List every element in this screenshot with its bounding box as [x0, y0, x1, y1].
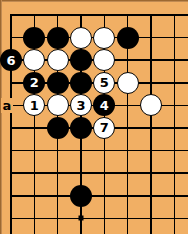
black-stone — [23, 27, 45, 49]
point-A12[interactable] — [0, 162, 23, 185]
point-A17[interactable]: 6 — [0, 49, 23, 72]
move-number-2: 2 — [30, 76, 39, 89]
point-D15[interactable]: 3 — [69, 94, 92, 117]
point-C13[interactable] — [46, 139, 69, 162]
point-G19[interactable] — [139, 4, 162, 27]
point-F11[interactable] — [116, 184, 139, 207]
point-G14[interactable] — [139, 117, 162, 140]
point-D13[interactable] — [69, 139, 92, 162]
point-B15[interactable]: 1 — [23, 94, 46, 117]
point-F19[interactable] — [116, 4, 139, 27]
black-stone — [47, 72, 69, 94]
move-number-6: 6 — [6, 54, 15, 67]
point-A19[interactable] — [0, 4, 23, 27]
point-H19[interactable] — [163, 4, 186, 27]
point-B17[interactable] — [23, 49, 46, 72]
point-C11[interactable] — [46, 184, 69, 207]
point-A16[interactable] — [0, 71, 23, 94]
white-stone-move-1: 1 — [23, 94, 45, 116]
point-F17[interactable] — [116, 49, 139, 72]
point-E15[interactable]: 4 — [93, 94, 116, 117]
black-stone — [47, 117, 69, 139]
point-C17[interactable] — [46, 49, 69, 72]
point-G10[interactable] — [139, 207, 162, 230]
star-point-marker — [78, 216, 83, 221]
point-H15[interactable] — [163, 94, 186, 117]
point-H13[interactable] — [163, 139, 186, 162]
point-B14[interactable] — [23, 117, 46, 140]
point-B18[interactable] — [23, 26, 46, 49]
white-stone — [93, 27, 115, 49]
point-F16[interactable] — [116, 71, 139, 94]
point-D18[interactable] — [69, 26, 92, 49]
point-label-a: a — [1, 98, 14, 113]
point-F15[interactable] — [116, 94, 139, 117]
white-stone-move-5: 5 — [93, 72, 115, 94]
move-number-3: 3 — [76, 99, 85, 112]
point-G11[interactable] — [139, 184, 162, 207]
point-E16[interactable]: 5 — [93, 71, 116, 94]
black-stone — [117, 27, 139, 49]
white-stone — [140, 94, 162, 116]
black-stone — [70, 72, 92, 94]
point-E11[interactable] — [93, 184, 116, 207]
white-stone — [93, 49, 115, 71]
go-board-diagram: 625a1347 — [0, 0, 188, 234]
point-C14[interactable] — [46, 117, 69, 140]
move-number-1: 1 — [30, 99, 39, 112]
move-number-7: 7 — [100, 121, 109, 134]
point-F18[interactable] — [116, 26, 139, 49]
point-H11[interactable] — [163, 184, 186, 207]
point-C19[interactable] — [46, 4, 69, 27]
point-D14[interactable] — [69, 117, 92, 140]
point-E17[interactable] — [93, 49, 116, 72]
point-D16[interactable] — [69, 71, 92, 94]
white-stone-move-7: 7 — [93, 117, 115, 139]
point-G13[interactable] — [139, 139, 162, 162]
go-board: 625a1347 — [0, 4, 186, 230]
black-stone-move-2: 2 — [23, 72, 45, 94]
point-C10[interactable] — [46, 207, 69, 230]
black-stone — [70, 117, 92, 139]
point-H14[interactable] — [163, 117, 186, 140]
point-F13[interactable] — [116, 139, 139, 162]
point-G18[interactable] — [139, 26, 162, 49]
point-F14[interactable] — [116, 117, 139, 140]
white-stone — [70, 27, 92, 49]
point-E19[interactable] — [93, 4, 116, 27]
point-G15[interactable] — [139, 94, 162, 117]
point-D10[interactable] — [69, 207, 92, 230]
point-B19[interactable] — [23, 4, 46, 27]
black-stone-move-4: 4 — [93, 94, 115, 116]
point-B13[interactable] — [23, 139, 46, 162]
black-stone — [70, 185, 92, 207]
point-A10[interactable] — [0, 207, 23, 230]
white-stone — [47, 94, 69, 116]
point-H16[interactable] — [163, 71, 186, 94]
white-stone — [47, 49, 69, 71]
point-A14[interactable] — [0, 117, 23, 140]
point-E14[interactable]: 7 — [93, 117, 116, 140]
point-A18[interactable] — [0, 26, 23, 49]
point-C16[interactable] — [46, 71, 69, 94]
point-F12[interactable] — [116, 162, 139, 185]
point-A15[interactable]: a — [0, 94, 23, 117]
point-C18[interactable] — [46, 26, 69, 49]
point-D19[interactable] — [69, 4, 92, 27]
point-H10[interactable] — [163, 207, 186, 230]
point-B10[interactable] — [23, 207, 46, 230]
point-C12[interactable] — [46, 162, 69, 185]
black-stone-move-6: 6 — [0, 49, 22, 71]
move-number-4: 4 — [100, 99, 109, 112]
point-D12[interactable] — [69, 162, 92, 185]
white-stone-move-3: 3 — [70, 94, 92, 116]
point-F10[interactable] — [116, 207, 139, 230]
move-number-5: 5 — [100, 76, 109, 89]
point-A13[interactable] — [0, 139, 23, 162]
point-H17[interactable] — [163, 49, 186, 72]
point-G12[interactable] — [139, 162, 162, 185]
point-H18[interactable] — [163, 26, 186, 49]
point-G17[interactable] — [139, 49, 162, 72]
white-stone — [117, 72, 139, 94]
point-E12[interactable] — [93, 162, 116, 185]
point-B12[interactable] — [23, 162, 46, 185]
point-B16[interactable]: 2 — [23, 71, 46, 94]
black-stone — [70, 49, 92, 71]
point-C15[interactable] — [46, 94, 69, 117]
point-A11[interactable] — [0, 184, 23, 207]
point-G16[interactable] — [139, 71, 162, 94]
point-D17[interactable] — [69, 49, 92, 72]
point-B11[interactable] — [23, 184, 46, 207]
point-H12[interactable] — [163, 162, 186, 185]
point-E18[interactable] — [93, 26, 116, 49]
point-D11[interactable] — [69, 184, 92, 207]
point-E10[interactable] — [93, 207, 116, 230]
black-stone — [47, 27, 69, 49]
point-E13[interactable] — [93, 139, 116, 162]
white-stone — [23, 49, 45, 71]
